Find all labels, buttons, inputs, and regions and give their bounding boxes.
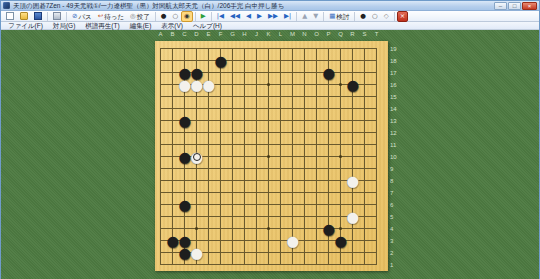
analyze-button[interactable]: ▦検討 [326,11,352,22]
black-stone-P4[interactable]: ● [323,223,335,235]
star-point-K16 [267,83,270,86]
row-label-13: 13 [390,118,402,124]
col-label-Q: Q [336,31,346,37]
col-label-N: N [300,31,310,37]
title-bar: 天頂の囲碁7Zen - 49天元戦①/一力遼棋聖（黒）対関航太郎天元（白）/20… [1,1,539,11]
col-label-G: G [228,31,238,37]
toolbar-separator [155,12,156,21]
open-button[interactable] [17,11,31,22]
arrow-down-icon: ▼ [313,12,318,21]
col-label-F: F [216,31,226,37]
mark-black-button[interactable]: ● [357,11,369,22]
nav-back-button[interactable]: ◀ [243,11,254,22]
row-label-7: 7 [390,190,402,196]
col-label-D: D [192,31,202,37]
black-stone-C13[interactable]: ● [179,115,191,127]
black-stone-C6[interactable]: ● [179,199,191,211]
row-label-19: 19 [390,46,402,52]
app-window: 天頂の囲碁7Zen - 49天元戦①/一力遼棋聖（黒）対関航太郎天元（白）/20… [0,0,540,279]
row-label-14: 14 [390,106,402,112]
close-red-icon: × [400,12,405,21]
row-label-16: 16 [390,82,402,88]
star-point-K10 [267,155,270,158]
arrow-up-icon: ▲ [302,12,307,21]
stone-toggle-icon: ◉ [184,12,190,21]
new-doc-icon [6,12,14,20]
star-point-D4 [195,227,198,230]
resign-button[interactable]: ◎投了 [127,11,153,22]
row-label-3: 3 [390,238,402,244]
delete-button[interactable]: × [397,11,408,22]
row-label-15: 15 [390,94,402,100]
nav-last-button[interactable]: ▶| [281,11,294,22]
white-stone-C16[interactable]: ● [179,79,191,91]
menu-item-1[interactable]: 対局(G) [48,22,80,30]
col-label-K: K [264,31,274,37]
col-label-S: S [360,31,370,37]
black-stone-B3[interactable]: ● [167,235,179,247]
menu-item-2[interactable]: 棋譜再生(T) [80,22,124,30]
main-area: ABCDEFGHJKLMNOPQRST 19181716151413121110… [1,30,539,279]
col-label-P: P [324,31,334,37]
menu-item-0[interactable]: ファイル(F) [3,22,48,30]
row-label-2: 2 [390,250,402,256]
col-label-R: R [348,31,358,37]
black-stone-R16[interactable]: ● [347,79,359,91]
col-label-B: B [168,31,178,37]
save-button[interactable] [31,11,45,22]
white-stone-D16[interactable]: ● [191,79,203,91]
undo-button[interactable]: ↩待った [95,11,127,22]
undo-button-label: 待った [104,12,124,21]
col-label-E: E [204,31,214,37]
mark-erase-button[interactable]: ◇ [381,11,392,22]
nav-forward-button[interactable]: ▶ [254,11,265,22]
black-stone-C2[interactable]: ● [179,247,191,259]
col-label-J: J [252,31,262,37]
minimize-button[interactable]: – [494,2,507,10]
undo-icon: ↩ [98,12,103,21]
menu-item-4[interactable]: 表示(V) [156,22,188,30]
white-stone-E16[interactable]: ● [203,79,215,91]
analyze-board-icon: ▦ [329,12,335,21]
white-stone-D2[interactable]: ● [191,247,203,259]
nav-fwd10-icon: ▶▶ [268,12,278,21]
mark-white-stone-icon: ○ [372,12,378,21]
col-label-A: A [156,31,166,37]
row-label-12: 12 [390,130,402,136]
col-label-M: M [288,31,298,37]
row-label-11: 11 [390,142,402,148]
last-move-marker [193,153,201,161]
row-label-1: 1 [390,262,402,268]
printer-icon [53,12,61,20]
toolbar-separator [47,12,48,21]
white-stone-R8[interactable]: ● [347,175,359,187]
toolbar-separator [296,12,297,21]
go-board[interactable]: ●●●●●●●●●●●●●●●●●●●●● [155,41,388,271]
star-point-Q4 [339,227,342,230]
col-label-H: H [240,31,250,37]
black-stone-F18[interactable]: ● [215,55,227,67]
new-file-button[interactable] [3,11,17,22]
pass-button[interactable]: ⊘パス [69,11,95,22]
toolbar-separator [211,12,212,21]
black-stone-icon: ● [161,12,167,21]
col-label-C: C [180,31,190,37]
resign-icon: ◎ [130,12,136,21]
row-label-5: 5 [390,214,402,220]
row-label-6: 6 [390,202,402,208]
white-stone-M3[interactable]: ● [287,235,299,247]
menu-item-5[interactable]: ヘルプ(H) [188,22,227,30]
row-label-18: 18 [390,58,402,64]
app-icon [3,2,10,9]
white-stone-icon: ○ [172,12,178,21]
mark-black-stone-icon: ● [360,12,366,21]
pass-button-label: パス [78,12,91,21]
star-point-K4 [267,227,270,230]
maximize-button[interactable]: □ [508,2,521,10]
menu-bar: ファイル(F)対局(G)棋譜再生(T)編集(E)表示(V)ヘルプ(H) [1,22,539,30]
pass-icon: ⊘ [72,12,77,21]
col-label-O: O [312,31,322,37]
nav-forward-icon: ▶ [257,12,262,21]
analyze-button-label: 検討 [336,12,349,21]
mark-white-button[interactable]: ○ [369,11,381,22]
play-button[interactable]: ▶ [198,11,209,22]
star-point-Q16 [339,83,342,86]
black-stone-C10[interactable]: ● [179,151,191,163]
row-label-4: 4 [390,226,402,232]
branch-up-button[interactable]: ▲ [299,11,310,22]
play-icon: ▶ [201,12,206,21]
toolbar-separator [195,12,196,21]
floppy-icon [34,12,42,20]
print-button[interactable] [50,11,64,22]
close-button[interactable]: × [522,2,537,10]
nav-first-icon: |◀ [217,12,224,21]
toolbar: ⊘パス↩待った◎投了●○◉▶|◀◀◀◀▶▶▶▶|▲▼▦検討●○◇× [1,11,539,22]
nav-fwd10-button[interactable]: ▶▶ [265,11,281,22]
row-label-8: 8 [390,178,402,184]
row-label-9: 9 [390,166,402,172]
toolbar-separator [354,12,355,21]
erase-icon: ◇ [384,12,389,21]
window-title: 天頂の囲碁7Zen - 49天元戦①/一力遼棋聖（黒）対関航太郎天元（白）/20… [13,1,284,11]
black-stone-button[interactable]: ● [158,11,170,22]
nav-last-icon: ▶| [284,12,291,21]
toolbar-separator [323,12,324,21]
row-label-10: 10 [390,154,402,160]
star-point-Q10 [339,155,342,158]
white-stone-R5[interactable]: ● [347,211,359,223]
black-stone-P17[interactable]: ● [323,67,335,79]
nav-back10-icon: ◀◀ [230,12,240,21]
nav-back10-button[interactable]: ◀◀ [227,11,243,22]
white-stone-button[interactable]: ○ [169,11,181,22]
col-label-T: T [372,31,382,37]
stone-toggle-button[interactable]: ◉ [181,11,193,22]
nav-back-icon: ◀ [246,12,251,21]
row-label-17: 17 [390,70,402,76]
col-label-L: L [276,31,286,37]
toolbar-separator [394,12,395,21]
branch-down-button[interactable]: ▼ [310,11,321,22]
resign-button-label: 投了 [137,12,150,21]
toolbar-separator [66,12,67,21]
nav-first-button[interactable]: |◀ [214,11,227,22]
window-controls: – □ × [494,2,537,10]
menu-item-3[interactable]: 編集(E) [125,22,157,30]
black-stone-Q3[interactable]: ● [335,235,347,247]
folder-icon [20,12,28,20]
